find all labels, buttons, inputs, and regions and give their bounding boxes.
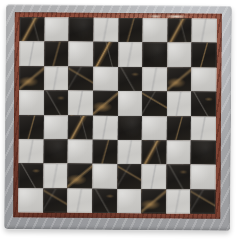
square-g7 [167, 43, 192, 68]
square-b6 [44, 66, 69, 91]
square-g1 [166, 189, 191, 214]
square-f7 [143, 43, 168, 68]
square-f3 [142, 140, 167, 165]
square-b7 [44, 42, 69, 67]
square-b5 [44, 91, 69, 116]
square-f6 [142, 67, 167, 92]
board-inner-red-frame [13, 12, 222, 219]
square-b4 [43, 115, 68, 140]
square-e6 [118, 67, 143, 92]
square-e7 [118, 42, 143, 67]
square-a4 [19, 115, 44, 140]
square-c2 [68, 164, 93, 189]
square-d2 [92, 164, 117, 189]
square-g2 [166, 165, 191, 190]
square-c8 [69, 18, 94, 43]
square-f4 [142, 116, 167, 141]
chess-board [4, 4, 232, 231]
square-c6 [68, 66, 93, 91]
square-h5 [191, 92, 216, 117]
square-b1 [43, 188, 68, 213]
square-e5 [118, 91, 143, 116]
square-a3 [19, 139, 44, 164]
square-a6 [19, 66, 44, 91]
square-g5 [167, 92, 192, 117]
square-h2 [191, 165, 216, 190]
square-h1 [191, 189, 216, 214]
square-f5 [142, 91, 167, 116]
square-f8 [143, 18, 168, 43]
square-c5 [68, 91, 93, 116]
square-a7 [19, 42, 44, 67]
square-b8 [44, 17, 69, 42]
square-g3 [166, 140, 191, 165]
square-h8 [192, 19, 217, 44]
square-h7 [192, 43, 217, 68]
square-h6 [192, 67, 217, 92]
product-photo-background [0, 0, 240, 240]
square-d1 [92, 188, 117, 213]
square-c3 [68, 139, 93, 164]
square-c4 [68, 115, 93, 140]
board-grid [18, 17, 217, 214]
square-a1 [18, 188, 43, 213]
square-b2 [43, 164, 68, 189]
square-g4 [167, 116, 192, 141]
square-d5 [93, 91, 118, 116]
square-a5 [19, 90, 44, 115]
square-d6 [93, 67, 118, 92]
square-g6 [167, 67, 192, 92]
square-e8 [118, 18, 143, 43]
square-d7 [93, 42, 118, 67]
square-a8 [20, 17, 45, 42]
square-a2 [18, 163, 43, 188]
square-h4 [191, 116, 216, 141]
square-d3 [93, 140, 118, 165]
square-c1 [68, 188, 93, 213]
square-h3 [191, 140, 216, 165]
square-f1 [141, 189, 166, 214]
square-e3 [117, 140, 142, 165]
square-e2 [117, 164, 142, 189]
square-f2 [142, 164, 167, 189]
square-c7 [69, 42, 94, 67]
square-b3 [43, 139, 68, 164]
square-d4 [93, 115, 118, 140]
square-g8 [167, 18, 192, 43]
square-e4 [117, 115, 142, 140]
square-e1 [117, 189, 142, 214]
square-d8 [93, 18, 118, 43]
